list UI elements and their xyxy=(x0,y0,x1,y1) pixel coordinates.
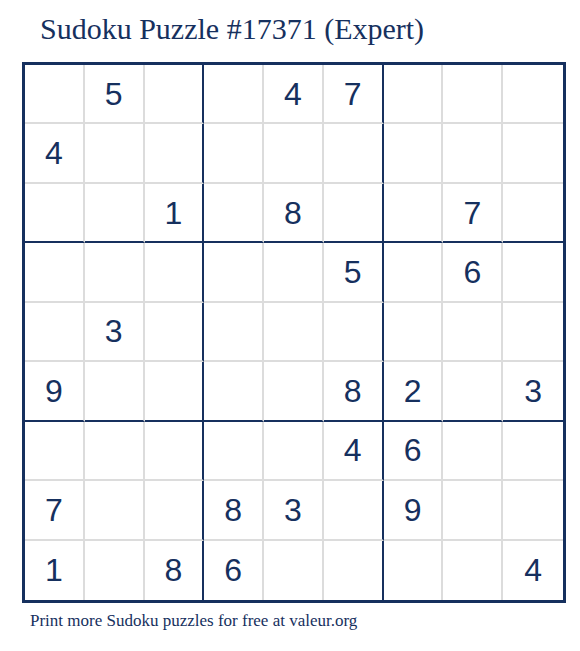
cell-r2c9 xyxy=(503,124,563,183)
cell-r4c8: 6 xyxy=(443,243,503,302)
cell-r7c9 xyxy=(503,422,563,481)
cell-r5c7 xyxy=(384,303,444,362)
cell-r3c7 xyxy=(384,184,444,243)
cell-r1c7 xyxy=(384,65,444,124)
cell-r2c4 xyxy=(204,124,264,183)
cell-r7c1 xyxy=(25,422,85,481)
cell-r4c4 xyxy=(204,243,264,302)
cell-r1c2: 5 xyxy=(85,65,145,124)
page-title: Sudoku Puzzle #17371 (Expert) xyxy=(40,12,424,46)
cell-r1c5: 4 xyxy=(264,65,324,124)
cell-r9c1: 1 xyxy=(25,541,85,600)
cell-r6c5 xyxy=(264,362,324,421)
cell-r8c9 xyxy=(503,481,563,540)
sudoku-page: Sudoku Puzzle #17371 (Expert) 5474187563… xyxy=(0,0,580,651)
cell-r7c8 xyxy=(443,422,503,481)
cell-r6c2 xyxy=(85,362,145,421)
cell-r1c1 xyxy=(25,65,85,124)
cell-r8c6 xyxy=(324,481,384,540)
cell-r2c2 xyxy=(85,124,145,183)
cell-r6c8 xyxy=(443,362,503,421)
cell-r7c3 xyxy=(145,422,205,481)
cell-r4c5 xyxy=(264,243,324,302)
cell-r5c4 xyxy=(204,303,264,362)
cell-r5c9 xyxy=(503,303,563,362)
cell-r5c6 xyxy=(324,303,384,362)
cell-r6c7: 2 xyxy=(384,362,444,421)
cell-r7c4 xyxy=(204,422,264,481)
cell-r4c9 xyxy=(503,243,563,302)
cell-r1c9 xyxy=(503,65,563,124)
cell-r7c5 xyxy=(264,422,324,481)
cell-r2c5 xyxy=(264,124,324,183)
cell-r1c3 xyxy=(145,65,205,124)
cell-r3c6 xyxy=(324,184,384,243)
cell-r9c8 xyxy=(443,541,503,600)
cell-r1c8 xyxy=(443,65,503,124)
cell-r9c3: 8 xyxy=(145,541,205,600)
cell-r8c2 xyxy=(85,481,145,540)
cell-r5c8 xyxy=(443,303,503,362)
cell-r8c3 xyxy=(145,481,205,540)
cell-r1c6: 7 xyxy=(324,65,384,124)
cell-r2c6 xyxy=(324,124,384,183)
cell-r5c1 xyxy=(25,303,85,362)
cell-r3c1 xyxy=(25,184,85,243)
cell-r8c1: 7 xyxy=(25,481,85,540)
sudoku-board: 547418756398234678391864 xyxy=(22,62,566,603)
cell-r6c3 xyxy=(145,362,205,421)
cell-r3c8: 7 xyxy=(443,184,503,243)
cell-r9c7 xyxy=(384,541,444,600)
cell-r9c6 xyxy=(324,541,384,600)
cell-r4c3 xyxy=(145,243,205,302)
cell-r6c1: 9 xyxy=(25,362,85,421)
cell-r9c4: 6 xyxy=(204,541,264,600)
cell-r9c9: 4 xyxy=(503,541,563,600)
cell-r3c9 xyxy=(503,184,563,243)
cell-r9c5 xyxy=(264,541,324,600)
cell-r8c8 xyxy=(443,481,503,540)
cell-r4c1 xyxy=(25,243,85,302)
cell-r3c5: 8 xyxy=(264,184,324,243)
cell-r6c6: 8 xyxy=(324,362,384,421)
cell-r2c3 xyxy=(145,124,205,183)
cell-r5c5 xyxy=(264,303,324,362)
cell-r2c1: 4 xyxy=(25,124,85,183)
cell-r5c2: 3 xyxy=(85,303,145,362)
cell-r4c6: 5 xyxy=(324,243,384,302)
cell-r2c8 xyxy=(443,124,503,183)
cell-r6c4 xyxy=(204,362,264,421)
cell-r8c4: 8 xyxy=(204,481,264,540)
cell-r9c2 xyxy=(85,541,145,600)
cell-r3c2 xyxy=(85,184,145,243)
footer-text: Print more Sudoku puzzles for free at va… xyxy=(30,611,357,631)
cell-r3c4 xyxy=(204,184,264,243)
cell-r4c7 xyxy=(384,243,444,302)
cell-r5c3 xyxy=(145,303,205,362)
cell-r7c6: 4 xyxy=(324,422,384,481)
cell-r1c4 xyxy=(204,65,264,124)
cell-r8c7: 9 xyxy=(384,481,444,540)
cell-r3c3: 1 xyxy=(145,184,205,243)
cell-r4c2 xyxy=(85,243,145,302)
cell-r8c5: 3 xyxy=(264,481,324,540)
cell-r7c7: 6 xyxy=(384,422,444,481)
cell-r7c2 xyxy=(85,422,145,481)
cell-r2c7 xyxy=(384,124,444,183)
cell-r6c9: 3 xyxy=(503,362,563,421)
